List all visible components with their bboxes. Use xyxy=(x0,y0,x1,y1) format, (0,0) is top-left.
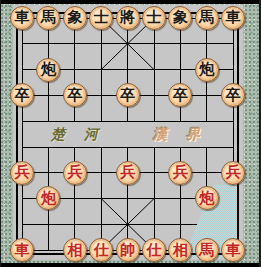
piece-glyph: 卒 xyxy=(67,87,82,102)
intersection-a6[interactable] xyxy=(9,134,35,160)
intersection-i2[interactable] xyxy=(220,31,246,57)
piece-red-advisor[interactable]: 仕 xyxy=(89,238,113,262)
intersection-f5[interactable] xyxy=(141,108,167,134)
piece-glyph: 車 xyxy=(14,10,29,25)
intersection-a4[interactable]: 卒 xyxy=(9,82,35,108)
intersection-f9[interactable] xyxy=(141,211,167,237)
piece-black-soldier[interactable]: 卒 xyxy=(116,83,140,107)
piece-red-cannon[interactable]: 炮 xyxy=(36,186,60,210)
intersection-i1[interactable]: 車 xyxy=(220,5,246,31)
piece-glyph: 象 xyxy=(67,10,82,25)
piece-black-chariot[interactable]: 車 xyxy=(10,6,34,30)
piece-glyph: 仕 xyxy=(94,242,109,257)
intersection-e3[interactable] xyxy=(114,57,140,83)
piece-black-soldier[interactable]: 卒 xyxy=(10,83,34,107)
intersection-b1[interactable]: 馬 xyxy=(35,5,61,31)
intersection-g10[interactable]: 相 xyxy=(167,237,193,263)
piece-glyph: 兵 xyxy=(173,165,188,180)
piece-glyph: 相 xyxy=(67,242,82,257)
piece-glyph: 馬 xyxy=(199,10,214,25)
intersection-f3[interactable] xyxy=(141,57,167,83)
piece-glyph: 炮 xyxy=(199,190,214,205)
intersection-e2[interactable] xyxy=(114,31,140,57)
piece-glyph: 相 xyxy=(173,242,188,257)
piece-glyph: 炮 xyxy=(41,190,56,205)
piece-red-soldier[interactable]: 兵 xyxy=(221,161,245,185)
piece-red-horse[interactable]: 馬 xyxy=(195,238,219,262)
xiangqi-board-window: 楚河 漢界 車馬象士將士象馬車炮炮卒卒卒卒卒兵兵兵兵兵炮炮車相仕帥仕相馬車 xyxy=(0,0,261,267)
intersection-c7[interactable]: 兵 xyxy=(62,160,88,186)
piece-red-soldier[interactable]: 兵 xyxy=(116,161,140,185)
intersection-d1[interactable]: 士 xyxy=(88,5,114,31)
intersection-b3[interactable]: 炮 xyxy=(35,57,61,83)
intersection-c8[interactable] xyxy=(62,186,88,212)
intersection-d3[interactable] xyxy=(88,57,114,83)
intersection-i10[interactable]: 車 xyxy=(220,237,246,263)
intersection-g7[interactable]: 兵 xyxy=(167,160,193,186)
piece-red-soldier[interactable]: 兵 xyxy=(168,161,192,185)
intersection-g2[interactable] xyxy=(167,31,193,57)
intersection-h7[interactable] xyxy=(194,160,220,186)
intersection-h2[interactable] xyxy=(194,31,220,57)
intersection-g8[interactable] xyxy=(167,186,193,212)
piece-glyph: 卒 xyxy=(226,87,241,102)
intersection-c1[interactable]: 象 xyxy=(62,5,88,31)
intersection-i6[interactable] xyxy=(220,134,246,160)
frame-right-edge xyxy=(259,0,261,267)
piece-black-soldier[interactable]: 卒 xyxy=(221,83,245,107)
intersection-c9[interactable] xyxy=(62,211,88,237)
intersection-h5[interactable] xyxy=(194,108,220,134)
piece-black-horse[interactable]: 馬 xyxy=(195,6,219,30)
intersection-e5[interactable] xyxy=(114,108,140,134)
intersection-h10[interactable]: 馬 xyxy=(194,237,220,263)
intersection-d2[interactable] xyxy=(88,31,114,57)
piece-glyph: 卒 xyxy=(173,87,188,102)
intersection-c5[interactable] xyxy=(62,108,88,134)
intersection-i8[interactable] xyxy=(220,186,246,212)
intersection-e4[interactable]: 卒 xyxy=(114,82,140,108)
intersection-f10[interactable]: 仕 xyxy=(141,237,167,263)
intersection-c6[interactable] xyxy=(62,134,88,160)
piece-glyph: 卒 xyxy=(120,87,135,102)
intersection-h8[interactable]: 炮 xyxy=(194,186,220,212)
intersection-g1[interactable]: 象 xyxy=(167,5,193,31)
intersection-b9[interactable] xyxy=(35,211,61,237)
frame-top-band xyxy=(0,0,261,4)
piece-red-soldier[interactable]: 兵 xyxy=(63,161,87,185)
piece-red-soldier[interactable]: 兵 xyxy=(10,161,34,185)
intersection-d4[interactable] xyxy=(88,82,114,108)
piece-glyph: 馬 xyxy=(41,10,56,25)
intersection-b5[interactable] xyxy=(35,108,61,134)
piece-black-general[interactable]: 將 xyxy=(116,6,140,30)
intersection-b4[interactable] xyxy=(35,82,61,108)
intersection-c10[interactable]: 相 xyxy=(62,237,88,263)
piece-glyph: 炮 xyxy=(199,62,214,77)
intersection-b8[interactable]: 炮 xyxy=(35,186,61,212)
piece-glyph: 馬 xyxy=(199,242,214,257)
intersection-g4[interactable]: 卒 xyxy=(167,82,193,108)
intersection-f7[interactable] xyxy=(141,160,167,186)
intersection-a10[interactable]: 車 xyxy=(9,237,35,263)
intersection-a7[interactable]: 兵 xyxy=(9,160,35,186)
piece-glyph: 將 xyxy=(120,10,135,25)
intersection-c3[interactable] xyxy=(62,57,88,83)
piece-glyph: 帥 xyxy=(120,242,135,257)
intersection-a2[interactable] xyxy=(9,31,35,57)
intersection-i7[interactable]: 兵 xyxy=(220,160,246,186)
piece-glyph: 士 xyxy=(94,10,109,25)
piece-red-chariot[interactable]: 車 xyxy=(221,238,245,262)
intersection-h1[interactable]: 馬 xyxy=(194,5,220,31)
piece-red-chariot[interactable]: 車 xyxy=(10,238,34,262)
piece-red-general[interactable]: 帥 xyxy=(116,238,140,262)
piece-black-cannon[interactable]: 炮 xyxy=(36,58,60,82)
piece-black-advisor[interactable]: 士 xyxy=(142,6,166,30)
intersection-h9[interactable] xyxy=(194,211,220,237)
piece-glyph: 車 xyxy=(226,242,241,257)
intersection-f2[interactable] xyxy=(141,31,167,57)
intersection-a8[interactable] xyxy=(9,186,35,212)
intersection-e10[interactable]: 帥 xyxy=(114,237,140,263)
piece-black-soldier[interactable]: 卒 xyxy=(63,83,87,107)
intersection-h3[interactable]: 炮 xyxy=(194,57,220,83)
piece-glyph: 士 xyxy=(146,10,161,25)
piece-black-chariot[interactable]: 車 xyxy=(221,6,245,30)
piece-black-soldier[interactable]: 卒 xyxy=(168,83,192,107)
intersection-f1[interactable]: 士 xyxy=(141,5,167,31)
intersection-b6[interactable] xyxy=(35,134,61,160)
intersection-d6[interactable] xyxy=(88,134,114,160)
intersection-a9[interactable] xyxy=(9,211,35,237)
intersection-e7[interactable]: 兵 xyxy=(114,160,140,186)
piece-glyph: 卒 xyxy=(14,87,29,102)
board-grid: 車馬象士將士象馬車炮炮卒卒卒卒卒兵兵兵兵兵炮炮車相仕帥仕相馬車 xyxy=(9,5,247,263)
intersection-i9[interactable] xyxy=(220,211,246,237)
piece-glyph: 兵 xyxy=(226,165,241,180)
intersection-e9[interactable] xyxy=(114,211,140,237)
piece-black-elephant[interactable]: 象 xyxy=(168,6,192,30)
intersection-c2[interactable] xyxy=(62,31,88,57)
intersection-a3[interactable] xyxy=(9,57,35,83)
piece-black-horse[interactable]: 馬 xyxy=(36,6,60,30)
intersection-i5[interactable] xyxy=(220,108,246,134)
intersection-h6[interactable] xyxy=(194,134,220,160)
piece-glyph: 車 xyxy=(14,242,29,257)
piece-black-advisor[interactable]: 士 xyxy=(89,6,113,30)
intersection-e8[interactable] xyxy=(114,186,140,212)
intersection-h4[interactable] xyxy=(194,82,220,108)
piece-glyph: 仕 xyxy=(146,242,161,257)
piece-glyph: 象 xyxy=(173,10,188,25)
frame-bottom-band xyxy=(0,263,261,267)
intersection-a1[interactable]: 車 xyxy=(9,5,35,31)
intersection-g3[interactable] xyxy=(167,57,193,83)
intersection-e6[interactable] xyxy=(114,134,140,160)
piece-red-advisor[interactable]: 仕 xyxy=(142,238,166,262)
piece-red-elephant[interactable]: 相 xyxy=(168,238,192,262)
intersection-f6[interactable] xyxy=(141,134,167,160)
intersection-d5[interactable] xyxy=(88,108,114,134)
piece-glyph: 兵 xyxy=(67,165,82,180)
intersection-f8[interactable] xyxy=(141,186,167,212)
intersection-b2[interactable] xyxy=(35,31,61,57)
intersection-b7[interactable] xyxy=(35,160,61,186)
intersection-c4[interactable]: 卒 xyxy=(62,82,88,108)
frame-left-edge xyxy=(0,0,1,267)
piece-glyph: 兵 xyxy=(14,165,29,180)
intersection-a5[interactable] xyxy=(9,108,35,134)
intersection-d10[interactable]: 仕 xyxy=(88,237,114,263)
piece-glyph: 兵 xyxy=(120,165,135,180)
piece-glyph: 炮 xyxy=(41,62,56,77)
piece-black-cannon[interactable]: 炮 xyxy=(195,58,219,82)
intersection-d8[interactable] xyxy=(88,186,114,212)
intersection-g5[interactable] xyxy=(167,108,193,134)
piece-red-cannon[interactable]: 炮 xyxy=(195,186,219,210)
intersection-i3[interactable] xyxy=(220,57,246,83)
piece-glyph: 車 xyxy=(226,10,241,25)
intersection-d9[interactable] xyxy=(88,211,114,237)
intersection-g9[interactable] xyxy=(167,211,193,237)
piece-red-elephant[interactable]: 相 xyxy=(63,238,87,262)
intersection-e1[interactable]: 將 xyxy=(114,5,140,31)
intersection-i4[interactable]: 卒 xyxy=(220,82,246,108)
intersection-b10[interactable] xyxy=(35,237,61,263)
intersection-g6[interactable] xyxy=(167,134,193,160)
piece-black-elephant[interactable]: 象 xyxy=(63,6,87,30)
intersection-f4[interactable] xyxy=(141,82,167,108)
intersection-d7[interactable] xyxy=(88,160,114,186)
